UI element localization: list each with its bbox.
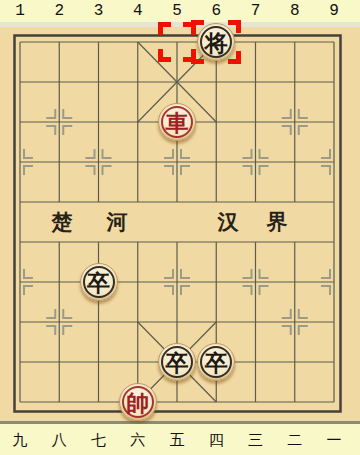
piece-glyph: 車 (166, 111, 189, 134)
bottom-coordinate-label-5: 五 (170, 431, 185, 450)
bottom-coordinate-label-6: 四 (209, 431, 224, 450)
piece-glyph: 帥 (126, 391, 149, 414)
piece-black-soldier[interactable]: 卒 (80, 263, 118, 301)
piece-red-general[interactable]: 帥 (119, 383, 157, 421)
xiangqi-board[interactable]: 楚 河 汉 界 将車卒卒卒帥 (0, 22, 360, 424)
river-label-he: 河 (107, 208, 128, 236)
bottom-coordinate-label-1: 九 (13, 431, 28, 450)
river-band: 楚 河 汉 界 (0, 203, 360, 240)
river-label-han: 汉 (218, 208, 239, 236)
bottom-coordinate-label-8: 二 (287, 431, 302, 450)
top-coordinate-label-6: 6 (211, 2, 221, 20)
piece-glyph: 卒 (87, 271, 110, 294)
top-coordinate-label-7: 7 (251, 2, 261, 20)
piece-glyph: 卒 (205, 351, 228, 374)
bottom-coordinates: 九八七六五四三二一 (0, 424, 360, 455)
top-coordinates: 123456789 (0, 0, 360, 22)
top-coordinate-label-4: 4 (133, 2, 143, 20)
river-label-jie: 界 (267, 208, 288, 236)
top-coordinate-label-8: 8 (290, 2, 300, 20)
piece-red-chariot[interactable]: 車 (158, 103, 196, 141)
piece-black-soldier[interactable]: 卒 (158, 343, 196, 381)
piece-black-general[interactable]: 将 (197, 23, 235, 61)
piece-glyph: 将 (205, 31, 228, 54)
marker-corner-tl (158, 22, 171, 35)
piece-glyph: 卒 (166, 351, 189, 374)
top-coordinate-label-9: 9 (329, 2, 339, 20)
bottom-coordinate-label-7: 三 (248, 431, 263, 450)
bottom-coordinate-label-9: 一 (327, 431, 342, 450)
bottom-coordinate-label-3: 七 (91, 431, 106, 450)
marker-corner-bl (158, 49, 171, 62)
piece-black-soldier[interactable]: 卒 (197, 343, 235, 381)
top-coordinate-label-1: 1 (15, 2, 25, 20)
xiangqi-app: 123456789 楚 河 汉 界 将車卒卒卒帥 九八七六五四三二一 (0, 0, 360, 455)
top-coordinate-label-2: 2 (54, 2, 64, 20)
top-coordinate-label-5: 5 (172, 2, 182, 20)
river-label-chu: 楚 (52, 208, 73, 236)
top-coordinate-label-3: 3 (94, 2, 104, 20)
bottom-coordinate-label-2: 八 (52, 431, 67, 450)
bottom-coordinate-label-4: 六 (130, 431, 145, 450)
